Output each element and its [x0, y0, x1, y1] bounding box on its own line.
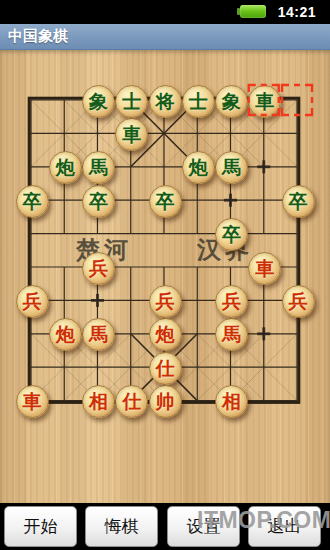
black-advisor[interactable]: 士 [182, 85, 215, 118]
piece-character: 卒 [222, 219, 241, 250]
piece-character: 仕 [156, 353, 175, 384]
black-soldier[interactable]: 卒 [215, 218, 248, 251]
exit-button[interactable]: 退出 [248, 506, 321, 547]
point-marker [91, 294, 104, 307]
red-cannon[interactable]: 炮 [149, 318, 182, 351]
status-clock: 14:21 [278, 4, 316, 20]
point-marker [224, 194, 237, 207]
red-soldier[interactable]: 兵 [215, 285, 248, 318]
red-chariot[interactable]: 車 [248, 252, 281, 285]
piece-character: 象 [222, 86, 241, 117]
piece-character: 帅 [156, 386, 175, 417]
black-chariot[interactable]: 車 [115, 118, 148, 151]
piece-character: 炮 [189, 152, 208, 183]
red-elephant[interactable]: 相 [82, 385, 115, 418]
red-soldier[interactable]: 兵 [149, 285, 182, 318]
xiangqi-board[interactable] [0, 0, 330, 550]
black-soldier[interactable]: 卒 [16, 185, 49, 218]
red-soldier[interactable]: 兵 [82, 252, 115, 285]
piece-character: 兵 [156, 286, 175, 317]
piece-character: 車 [255, 253, 274, 284]
piece-character: 炮 [56, 152, 75, 183]
piece-character: 炮 [156, 319, 175, 350]
piece-character: 馬 [222, 319, 241, 350]
black-elephant[interactable]: 象 [82, 85, 115, 118]
toolbar: 开始 悔棋 设置 退出 [0, 503, 330, 550]
piece-character: 象 [89, 86, 108, 117]
piece-character: 馬 [222, 152, 241, 183]
app-title: 中国象棋 [8, 27, 68, 46]
black-general[interactable]: 将 [149, 85, 182, 118]
black-elephant[interactable]: 象 [215, 85, 248, 118]
piece-character: 卒 [289, 186, 308, 217]
piece-character: 士 [122, 86, 141, 117]
piece-character: 士 [189, 86, 208, 117]
black-cannon[interactable]: 炮 [49, 151, 82, 184]
piece-character: 卒 [23, 186, 42, 217]
red-chariot[interactable]: 車 [16, 385, 49, 418]
status-bar: 14:21 [0, 0, 330, 24]
red-general[interactable]: 帅 [149, 385, 182, 418]
red-cannon[interactable]: 炮 [49, 318, 82, 351]
black-chariot[interactable]: 車 [248, 85, 281, 118]
black-soldier[interactable]: 卒 [82, 185, 115, 218]
settings-button[interactable]: 设置 [167, 506, 240, 547]
piece-character: 卒 [89, 186, 108, 217]
red-soldier[interactable]: 兵 [282, 285, 315, 318]
title-bar: 中国象棋 [0, 24, 330, 50]
piece-character: 将 [156, 86, 175, 117]
red-elephant[interactable]: 相 [215, 385, 248, 418]
piece-character: 車 [255, 86, 274, 117]
red-advisor[interactable]: 仕 [149, 352, 182, 385]
piece-character: 兵 [89, 253, 108, 284]
app-screen: 14:21 中国象棋 楚河 汉界 象士将士象車車炮馬炮馬卒卒卒卒卒兵車兵兵兵兵炮… [0, 0, 330, 550]
piece-character: 兵 [222, 286, 241, 317]
piece-character: 馬 [89, 152, 108, 183]
piece-character: 車 [23, 386, 42, 417]
piece-character: 兵 [23, 286, 42, 317]
piece-character: 相 [222, 386, 241, 417]
piece-character: 馬 [89, 319, 108, 350]
red-soldier[interactable]: 兵 [16, 285, 49, 318]
piece-character: 炮 [56, 319, 75, 350]
black-cannon[interactable]: 炮 [182, 151, 215, 184]
black-soldier[interactable]: 卒 [282, 185, 315, 218]
piece-character: 車 [122, 119, 141, 150]
piece-character: 兵 [289, 286, 308, 317]
piece-character: 相 [89, 386, 108, 417]
start-button[interactable]: 开始 [4, 506, 77, 547]
undo-button[interactable]: 悔棋 [85, 506, 158, 547]
black-advisor[interactable]: 士 [115, 85, 148, 118]
black-soldier[interactable]: 卒 [149, 185, 182, 218]
piece-character: 卒 [156, 186, 175, 217]
piece-character: 仕 [122, 386, 141, 417]
battery-icon [240, 5, 266, 18]
